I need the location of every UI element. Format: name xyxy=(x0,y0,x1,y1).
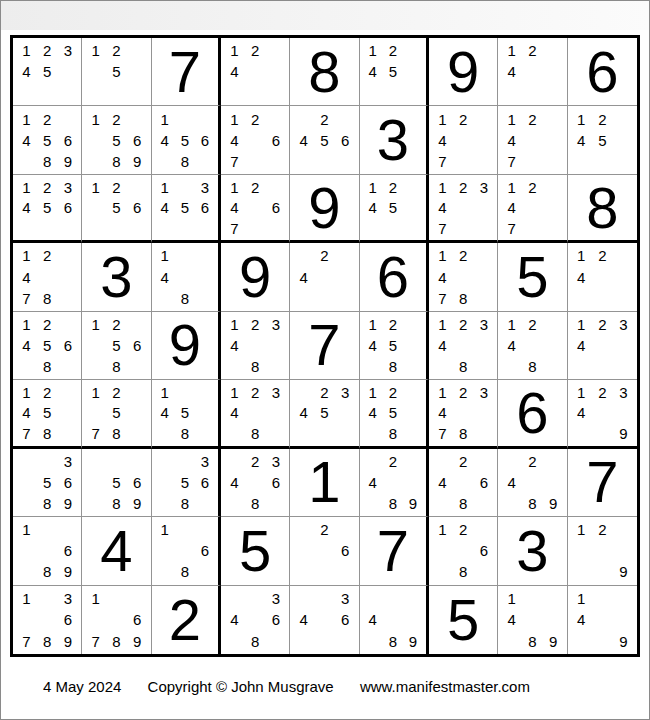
empty-mark-slot xyxy=(474,130,495,151)
empty-mark-slot xyxy=(175,177,195,197)
empty-mark-slot xyxy=(474,266,495,287)
pencil-mark-4: 4 xyxy=(16,130,37,151)
pencil-marks: 12478 xyxy=(429,243,497,310)
empty-mark-slot xyxy=(432,561,453,582)
empty-mark-slot xyxy=(293,588,314,609)
pencil-marks: 12467 xyxy=(221,106,289,173)
pencil-mark-9: 9 xyxy=(403,493,423,514)
empty-mark-slot xyxy=(403,451,423,472)
pencil-mark-1: 1 xyxy=(155,519,175,540)
cell-r5c5: 7 xyxy=(290,312,359,380)
pencil-marks: 12578 xyxy=(82,380,150,445)
empty-mark-slot xyxy=(58,382,79,402)
empty-mark-slot xyxy=(453,335,474,356)
empty-mark-slot xyxy=(403,177,423,197)
empty-mark-slot xyxy=(501,631,522,652)
pencil-mark-1: 1 xyxy=(363,177,383,197)
pencil-marks: 1489 xyxy=(498,586,566,654)
empty-mark-slot xyxy=(127,61,148,82)
empty-mark-slot xyxy=(474,335,495,356)
pencil-mark-2: 2 xyxy=(453,314,474,335)
pencil-mark-5: 5 xyxy=(383,335,403,356)
pencil-mark-2: 2 xyxy=(522,314,543,335)
pencil-mark-8: 8 xyxy=(106,493,127,514)
pencil-mark-2: 2 xyxy=(592,108,613,129)
pencil-mark-5: 5 xyxy=(175,403,195,423)
cell-r9c7: 5 xyxy=(429,586,498,654)
pencil-mark-1: 1 xyxy=(16,245,37,266)
empty-mark-slot xyxy=(195,519,215,540)
pencil-mark-7: 7 xyxy=(501,218,522,238)
empty-mark-slot xyxy=(571,540,592,561)
pencil-mark-1: 1 xyxy=(224,314,245,335)
empty-mark-slot xyxy=(155,218,175,238)
pencil-marks: 168 xyxy=(152,517,218,584)
cell-r2c1: 1245689 xyxy=(13,106,82,174)
empty-mark-slot xyxy=(522,335,543,356)
cell-r5c8: 1248 xyxy=(498,312,567,380)
pencil-mark-2: 2 xyxy=(453,451,474,472)
solved-digit: 6 xyxy=(360,243,426,310)
pencil-marks: 13456 xyxy=(152,175,218,240)
pencil-mark-2: 2 xyxy=(37,108,58,129)
cell-r2c3: 14568 xyxy=(152,106,221,174)
pencil-marks: 1458 xyxy=(152,380,218,445)
empty-mark-slot xyxy=(474,108,495,129)
empty-mark-slot xyxy=(363,356,383,377)
empty-mark-slot xyxy=(155,493,175,514)
pencil-mark-2: 2 xyxy=(37,314,58,335)
pencil-mark-1: 1 xyxy=(85,314,106,335)
pencil-mark-1: 1 xyxy=(501,314,522,335)
pencil-mark-4: 4 xyxy=(571,335,592,356)
pencil-mark-6: 6 xyxy=(58,609,79,630)
empty-mark-slot xyxy=(363,423,383,443)
pencil-mark-5: 5 xyxy=(106,130,127,151)
pencil-mark-5: 5 xyxy=(37,61,58,82)
empty-mark-slot xyxy=(175,382,195,402)
empty-mark-slot xyxy=(571,631,592,652)
pencil-mark-8: 8 xyxy=(383,356,403,377)
pencil-mark-6: 6 xyxy=(266,472,287,493)
pencil-mark-5: 5 xyxy=(37,472,58,493)
empty-mark-slot xyxy=(58,218,79,238)
pencil-mark-8: 8 xyxy=(245,423,266,443)
cell-r1c4: 124 xyxy=(221,38,290,106)
empty-mark-slot xyxy=(266,335,287,356)
cell-r6c1: 124578 xyxy=(13,380,82,448)
empty-mark-slot xyxy=(501,451,522,472)
empty-mark-slot xyxy=(85,472,106,493)
pencil-mark-6: 6 xyxy=(335,130,356,151)
pencil-mark-6: 6 xyxy=(127,472,148,493)
pencil-marks: 14568 xyxy=(152,106,218,173)
pencil-mark-7: 7 xyxy=(16,631,37,652)
empty-mark-slot xyxy=(106,451,127,472)
pencil-mark-4: 4 xyxy=(224,472,245,493)
empty-mark-slot xyxy=(543,356,564,377)
cell-r4c3: 148 xyxy=(152,243,221,311)
empty-mark-slot xyxy=(474,519,495,540)
empty-mark-slot xyxy=(195,561,215,582)
empty-mark-slot xyxy=(58,356,79,377)
empty-mark-slot xyxy=(58,245,79,266)
pencil-mark-9: 9 xyxy=(403,631,423,652)
pencil-mark-1: 1 xyxy=(432,108,453,129)
empty-mark-slot xyxy=(314,288,335,309)
empty-mark-slot xyxy=(613,403,634,423)
cell-r7c6: 2489 xyxy=(360,449,429,517)
footer: 4 May 2024 Copyright © John Musgrave www… xyxy=(43,678,530,695)
solved-digit: 6 xyxy=(498,380,566,445)
cell-r2c7: 1247 xyxy=(429,106,498,174)
cell-r5c9: 1234 xyxy=(568,312,637,380)
pencil-mark-1: 1 xyxy=(155,245,175,266)
pencil-marks: 12478 xyxy=(13,243,81,310)
empty-mark-slot xyxy=(522,197,543,217)
empty-mark-slot xyxy=(522,588,543,609)
pencil-mark-4: 4 xyxy=(501,472,522,493)
empty-mark-slot xyxy=(314,423,335,443)
cell-r3c6: 1245 xyxy=(360,175,429,243)
cell-r4c1: 12478 xyxy=(13,243,82,311)
empty-mark-slot xyxy=(613,108,634,129)
pencil-mark-8: 8 xyxy=(453,561,474,582)
solved-digit: 7 xyxy=(360,517,426,584)
pencil-marks: 346 xyxy=(290,586,358,654)
cell-r1c6: 1245 xyxy=(360,38,429,106)
empty-mark-slot xyxy=(403,382,423,402)
empty-mark-slot xyxy=(266,356,287,377)
empty-mark-slot xyxy=(522,130,543,151)
pencil-mark-3: 3 xyxy=(266,314,287,335)
empty-mark-slot xyxy=(127,314,148,335)
pencil-mark-5: 5 xyxy=(106,472,127,493)
pencil-mark-4: 4 xyxy=(571,130,592,151)
empty-mark-slot xyxy=(592,540,613,561)
empty-mark-slot xyxy=(127,177,148,197)
pencil-mark-9: 9 xyxy=(58,493,79,514)
empty-mark-slot xyxy=(16,151,37,172)
pencil-mark-8: 8 xyxy=(37,423,58,443)
empty-mark-slot xyxy=(37,588,58,609)
pencil-mark-4: 4 xyxy=(224,197,245,217)
pencil-mark-5: 5 xyxy=(106,403,127,423)
pencil-mark-5: 5 xyxy=(314,403,335,423)
empty-mark-slot xyxy=(85,356,106,377)
empty-mark-slot xyxy=(16,356,37,377)
pencil-mark-4: 4 xyxy=(155,403,175,423)
pencil-mark-8: 8 xyxy=(37,151,58,172)
pencil-mark-1: 1 xyxy=(571,245,592,266)
pencil-marks: 136789 xyxy=(13,586,81,654)
pencil-mark-1: 1 xyxy=(432,314,453,335)
pencil-mark-8: 8 xyxy=(245,356,266,377)
pencil-mark-3: 3 xyxy=(195,177,215,197)
empty-mark-slot xyxy=(403,609,423,630)
pencil-mark-1: 1 xyxy=(501,108,522,129)
pencil-marks: 1245689 xyxy=(13,106,81,173)
empty-mark-slot xyxy=(403,218,423,238)
cell-r6c8: 6 xyxy=(498,380,567,448)
pencil-mark-3: 3 xyxy=(195,451,215,472)
pencil-mark-2: 2 xyxy=(592,245,613,266)
empty-mark-slot xyxy=(37,266,58,287)
pencil-marks: 1234 xyxy=(568,312,637,379)
empty-mark-slot xyxy=(501,493,522,514)
empty-mark-slot xyxy=(543,82,564,103)
pencil-marks: 124 xyxy=(221,38,289,105)
empty-mark-slot xyxy=(293,151,314,172)
empty-mark-slot xyxy=(613,266,634,287)
empty-mark-slot xyxy=(175,519,195,540)
pencil-mark-4: 4 xyxy=(155,266,175,287)
pencil-marks: 1689 xyxy=(13,517,81,584)
cell-r9c9: 149 xyxy=(568,586,637,654)
empty-mark-slot xyxy=(522,82,543,103)
pencil-mark-5: 5 xyxy=(175,130,195,151)
solved-digit: 7 xyxy=(152,38,218,105)
empty-mark-slot xyxy=(293,382,314,402)
pencil-mark-2: 2 xyxy=(245,314,266,335)
empty-mark-slot xyxy=(106,218,127,238)
empty-mark-slot xyxy=(403,314,423,335)
pencil-mark-7: 7 xyxy=(432,218,453,238)
pencil-mark-2: 2 xyxy=(245,177,266,197)
empty-mark-slot xyxy=(613,588,634,609)
solved-digit: 9 xyxy=(152,312,218,379)
pencil-mark-8: 8 xyxy=(37,561,58,582)
pencil-mark-6: 6 xyxy=(195,130,215,151)
empty-mark-slot xyxy=(224,451,245,472)
pencil-marks: 12467 xyxy=(221,175,289,240)
pencil-marks: 489 xyxy=(360,586,426,654)
pencil-mark-4: 4 xyxy=(501,609,522,630)
footer-date: 4 May 2024 xyxy=(43,678,121,695)
pencil-mark-1: 1 xyxy=(224,177,245,197)
pencil-marks: 1248 xyxy=(498,312,566,379)
pencil-mark-9: 9 xyxy=(58,631,79,652)
pencil-mark-5: 5 xyxy=(106,335,127,356)
pencil-mark-2: 2 xyxy=(314,108,335,129)
cell-r3c7: 12347 xyxy=(429,175,498,243)
empty-mark-slot xyxy=(293,519,314,540)
empty-mark-slot xyxy=(592,356,613,377)
cell-r4c6: 6 xyxy=(360,243,429,311)
empty-mark-slot xyxy=(474,493,495,514)
empty-mark-slot xyxy=(266,40,287,61)
empty-mark-slot xyxy=(195,382,215,402)
empty-mark-slot xyxy=(85,218,106,238)
pencil-mark-8: 8 xyxy=(453,356,474,377)
cell-r8c1: 1689 xyxy=(13,517,82,585)
pencil-mark-5: 5 xyxy=(37,403,58,423)
cell-r2c9: 1245 xyxy=(568,106,637,174)
pencil-mark-1: 1 xyxy=(571,108,592,129)
pencil-mark-1: 1 xyxy=(224,108,245,129)
empty-mark-slot xyxy=(432,540,453,561)
empty-mark-slot xyxy=(127,218,148,238)
empty-mark-slot xyxy=(224,423,245,443)
pencil-marks: 2468 xyxy=(429,449,497,516)
cell-r2c6: 3 xyxy=(360,106,429,174)
pencil-mark-7: 7 xyxy=(16,423,37,443)
empty-mark-slot xyxy=(432,493,453,514)
pencil-marks: 2489 xyxy=(498,449,566,516)
pencil-marks: 124 xyxy=(498,38,566,105)
empty-mark-slot xyxy=(85,609,106,630)
empty-mark-slot xyxy=(224,82,245,103)
pencil-marks: 2489 xyxy=(360,449,426,516)
pencil-mark-1: 1 xyxy=(224,40,245,61)
empty-mark-slot xyxy=(335,288,356,309)
cell-r2c2: 125689 xyxy=(82,106,151,174)
pencil-mark-2: 2 xyxy=(522,40,543,61)
empty-mark-slot xyxy=(403,423,423,443)
empty-mark-slot xyxy=(501,356,522,377)
pencil-mark-3: 3 xyxy=(58,451,79,472)
pencil-mark-3: 3 xyxy=(58,177,79,197)
empty-mark-slot xyxy=(85,403,106,423)
pencil-marks: 12345 xyxy=(13,38,81,105)
cell-r6c6: 12458 xyxy=(360,380,429,448)
pencil-mark-2: 2 xyxy=(314,382,335,402)
pencil-mark-2: 2 xyxy=(245,382,266,402)
cell-r6c2: 12578 xyxy=(82,380,151,448)
pencil-mark-8: 8 xyxy=(106,631,127,652)
empty-mark-slot xyxy=(127,40,148,61)
empty-mark-slot xyxy=(474,561,495,582)
pencil-mark-4: 4 xyxy=(224,403,245,423)
pencil-mark-2: 2 xyxy=(245,108,266,129)
empty-mark-slot xyxy=(403,588,423,609)
empty-mark-slot xyxy=(403,403,423,423)
empty-mark-slot xyxy=(335,631,356,652)
empty-mark-slot xyxy=(613,245,634,266)
pencil-mark-4: 4 xyxy=(155,197,175,217)
pencil-marks: 149 xyxy=(568,586,637,654)
empty-mark-slot xyxy=(85,82,106,103)
empty-mark-slot xyxy=(266,61,287,82)
pencil-mark-8: 8 xyxy=(522,493,543,514)
cell-r8c2: 4 xyxy=(82,517,151,585)
pencil-mark-4: 4 xyxy=(571,266,592,287)
cell-r9c2: 16789 xyxy=(82,586,151,654)
pencil-mark-4: 4 xyxy=(363,61,383,82)
pencil-mark-1: 1 xyxy=(85,40,106,61)
pencil-mark-4: 4 xyxy=(363,197,383,217)
pencil-mark-2: 2 xyxy=(37,40,58,61)
empty-mark-slot xyxy=(293,631,314,652)
empty-mark-slot xyxy=(127,382,148,402)
empty-mark-slot xyxy=(543,218,564,238)
pencil-mark-2: 2 xyxy=(383,177,403,197)
empty-mark-slot xyxy=(293,245,314,266)
pencil-mark-5: 5 xyxy=(383,61,403,82)
pencil-marks: 12348 xyxy=(429,312,497,379)
cell-r1c1: 12345 xyxy=(13,38,82,106)
pencil-mark-9: 9 xyxy=(127,151,148,172)
pencil-mark-4: 4 xyxy=(432,197,453,217)
pencil-mark-5: 5 xyxy=(383,403,403,423)
top-band xyxy=(1,1,649,30)
pencil-mark-5: 5 xyxy=(383,197,403,217)
pencil-mark-1: 1 xyxy=(155,108,175,129)
pencil-mark-6: 6 xyxy=(195,540,215,561)
empty-mark-slot xyxy=(543,451,564,472)
empty-mark-slot xyxy=(474,151,495,172)
cell-r3c3: 13456 xyxy=(152,175,221,243)
empty-mark-slot xyxy=(314,588,335,609)
empty-mark-slot xyxy=(293,423,314,443)
empty-mark-slot xyxy=(293,540,314,561)
pencil-mark-1: 1 xyxy=(155,177,175,197)
solved-digit: 9 xyxy=(221,243,289,310)
pencil-mark-3: 3 xyxy=(266,451,287,472)
pencil-marks: 124 xyxy=(568,243,637,310)
empty-mark-slot xyxy=(195,218,215,238)
pencil-mark-8: 8 xyxy=(245,493,266,514)
empty-mark-slot xyxy=(245,151,266,172)
empty-mark-slot xyxy=(363,588,383,609)
empty-mark-slot xyxy=(474,423,495,443)
pencil-marks: 124568 xyxy=(13,312,81,379)
empty-mark-slot xyxy=(195,493,215,514)
pencil-marks: 1245 xyxy=(360,38,426,105)
cell-r5c6: 12458 xyxy=(360,312,429,380)
empty-mark-slot xyxy=(245,609,266,630)
solved-digit: 2 xyxy=(152,586,218,654)
solved-digit: 9 xyxy=(429,38,497,105)
pencil-mark-9: 9 xyxy=(613,561,634,582)
footer-copyright: Copyright © John Musgrave xyxy=(148,678,334,695)
empty-mark-slot xyxy=(501,82,522,103)
cell-r9c3: 2 xyxy=(152,586,221,654)
cell-r6c5: 2345 xyxy=(290,380,359,448)
pencil-mark-2: 2 xyxy=(383,40,403,61)
empty-mark-slot xyxy=(522,472,543,493)
cell-r8c3: 168 xyxy=(152,517,221,585)
pencil-mark-5: 5 xyxy=(37,335,58,356)
pencil-mark-6: 6 xyxy=(58,197,79,217)
empty-mark-slot xyxy=(37,218,58,238)
pencil-marks: 5689 xyxy=(82,449,150,516)
empty-mark-slot xyxy=(592,151,613,172)
empty-mark-slot xyxy=(474,403,495,423)
empty-mark-slot xyxy=(245,61,266,82)
empty-mark-slot xyxy=(363,218,383,238)
empty-mark-slot xyxy=(571,288,592,309)
pencil-mark-4: 4 xyxy=(224,130,245,151)
pencil-mark-3: 3 xyxy=(266,588,287,609)
solved-digit: 3 xyxy=(360,106,426,173)
solved-digit: 5 xyxy=(429,586,497,654)
pencil-mark-2: 2 xyxy=(106,382,127,402)
pencil-mark-2: 2 xyxy=(245,40,266,61)
cell-r7c2: 5689 xyxy=(82,449,151,517)
solved-digit: 4 xyxy=(82,517,150,584)
empty-mark-slot xyxy=(592,609,613,630)
pencil-mark-4: 4 xyxy=(432,335,453,356)
empty-mark-slot xyxy=(383,588,403,609)
pencil-mark-8: 8 xyxy=(453,288,474,309)
pencil-marks: 12348 xyxy=(221,312,289,379)
pencil-marks: 12347 xyxy=(429,175,497,240)
cell-r9c1: 136789 xyxy=(13,586,82,654)
pencil-mark-2: 2 xyxy=(453,382,474,402)
empty-mark-slot xyxy=(127,356,148,377)
empty-mark-slot xyxy=(195,151,215,172)
